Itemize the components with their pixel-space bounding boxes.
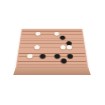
go-board-scene: ●●●●●●●●●●●● <box>0 0 105 105</box>
photo-canvas: ●●●●●●●●●●●● <box>0 0 105 105</box>
board-front-edge <box>12 68 92 75</box>
go-board: ●●●●●●●●●●●● <box>16 29 89 69</box>
intersection-13-13[interactable] <box>83 66 88 68</box>
